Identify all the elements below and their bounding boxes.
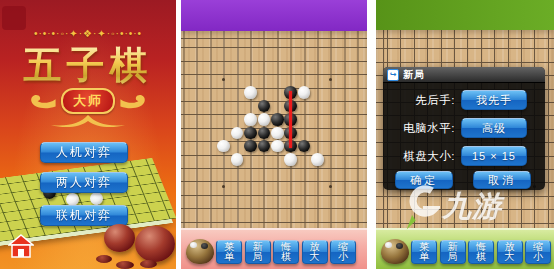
star-point — [329, 185, 332, 188]
first-move-row: 先后手: 我先手 — [383, 90, 545, 110]
white-stone — [231, 153, 244, 166]
button-label: 小 — [533, 252, 543, 263]
toolbar-zoom-in-button[interactable]: 放 大 — [302, 240, 328, 264]
white-stone — [244, 113, 257, 126]
bottom-toolbar: 菜 单 新 局 悔 棋 放 大 缩 小 — [376, 228, 554, 269]
gameplay-panel: 菜 单 新 局 悔 棋 放 大 缩 小 — [181, 0, 367, 269]
app-title: 五子棋 — [0, 40, 176, 91]
ai-level-row: 电脑水平: 高级 — [383, 118, 545, 138]
white-stone — [244, 86, 257, 99]
black-stone — [244, 140, 257, 153]
gold-swirl-left-icon — [29, 92, 57, 110]
toolbar-new-game-button[interactable]: 新 局 — [440, 240, 466, 264]
toolbar-zoom-out-button[interactable]: 缩 小 — [525, 240, 551, 264]
white-stone — [271, 140, 284, 153]
black-stone — [258, 140, 271, 153]
dialog-title: 新局 — [403, 68, 425, 82]
top-status-bar — [181, 0, 367, 31]
white-stone — [231, 127, 244, 140]
button-label: 大 — [505, 252, 515, 263]
go-bowl — [104, 224, 135, 252]
win-line-marker — [289, 91, 292, 149]
screenshot-root: •·•·•·◦·✦·❖·✦·◦·•·•·• 五子棋 大师 人机对弈 两人对弈 联… — [0, 0, 554, 269]
home-icon[interactable] — [8, 234, 34, 259]
black-stone — [258, 127, 271, 140]
watermark-text: 九游 — [442, 187, 502, 227]
9game-watermark: 九游 — [404, 182, 502, 232]
gomoku-board[interactable] — [181, 31, 367, 228]
loose-stone — [116, 261, 134, 269]
ai-level-select[interactable]: 高级 — [461, 118, 527, 138]
master-badge: 大师 — [0, 88, 176, 114]
star-point — [222, 78, 225, 81]
button-label: 局 — [448, 252, 458, 263]
toolbar-menu-button[interactable]: 菜 单 — [411, 240, 437, 264]
decorative-white-stone — [90, 192, 103, 205]
master-badge-label: 大师 — [61, 88, 115, 114]
gold-ornament-border: •·•·•·◦·✦·❖·✦·◦·•·•·• — [0, 28, 176, 39]
dialog-title-bar: ↪ 新局 — [383, 67, 545, 83]
loose-stone — [96, 255, 112, 263]
white-stone — [298, 86, 311, 99]
first-move-select[interactable]: 我先手 — [461, 90, 527, 110]
9game-logo-icon — [404, 182, 440, 232]
top-status-bar — [376, 0, 554, 30]
new-game-dialog-panel: ↪ 新局 先后手: 我先手 电脑水平: 高级 棋盘大小: 15 × 15 确定 … — [376, 0, 554, 269]
toolbar-new-game-button[interactable]: 新 局 — [245, 240, 271, 264]
two-player-button[interactable]: 两人对弈 — [40, 172, 128, 193]
black-stone — [271, 113, 284, 126]
black-stone — [244, 127, 257, 140]
go-bowl — [135, 226, 175, 262]
toolbar-undo-button[interactable]: 悔 棋 — [468, 240, 494, 264]
home-screen-panel: •·•·•·◦·✦·❖·✦·◦·•·•·• 五子棋 大师 人机对弈 两人对弈 联… — [0, 0, 176, 269]
new-game-dialog: ↪ 新局 先后手: 我先手 电脑水平: 高级 棋盘大小: 15 × 15 确定 … — [383, 67, 545, 190]
bottom-toolbar: 菜 单 新 局 悔 棋 放 大 缩 小 — [181, 228, 367, 269]
black-stone — [298, 140, 311, 153]
button-label: 单 — [419, 252, 429, 263]
white-stone — [311, 153, 324, 166]
ai-level-label: 电脑水平: — [383, 118, 455, 138]
star-point — [222, 185, 225, 188]
star-point — [329, 78, 332, 81]
board-size-label: 棋盘大小: — [383, 146, 455, 166]
board-size-select[interactable]: 15 × 15 — [461, 146, 527, 166]
toolbar-zoom-out-button[interactable]: 缩 小 — [330, 240, 356, 264]
first-move-label: 先后手: — [383, 90, 455, 110]
toolbar-undo-button[interactable]: 悔 棋 — [273, 240, 299, 264]
gold-swirl-right-icon — [119, 92, 147, 110]
white-stone — [271, 127, 284, 140]
play-vs-computer-button[interactable]: 人机对弈 — [40, 142, 128, 163]
button-label: 单 — [224, 252, 234, 263]
stone-bowl-icon — [381, 239, 409, 264]
button-label: 局 — [253, 252, 263, 263]
loose-stone — [140, 260, 157, 268]
toolbar-zoom-in-button[interactable]: 放 大 — [497, 240, 523, 264]
gold-leaf-flourish-icon — [43, 113, 133, 129]
white-stone — [284, 153, 297, 166]
online-play-button[interactable]: 联机对弈 — [40, 205, 128, 226]
button-label: 棋 — [281, 252, 291, 263]
white-stone — [258, 113, 271, 126]
button-label: 小 — [338, 252, 348, 263]
toolbar-menu-button[interactable]: 菜 单 — [216, 240, 242, 264]
new-game-icon: ↪ — [387, 69, 399, 81]
white-stone — [217, 140, 230, 153]
black-stone — [258, 100, 271, 113]
stone-bowl-icon — [186, 239, 214, 264]
button-label: 棋 — [476, 252, 486, 263]
corner-decoration — [2, 6, 26, 30]
button-label: 大 — [310, 252, 320, 263]
board-size-row: 棋盘大小: 15 × 15 — [383, 146, 545, 166]
